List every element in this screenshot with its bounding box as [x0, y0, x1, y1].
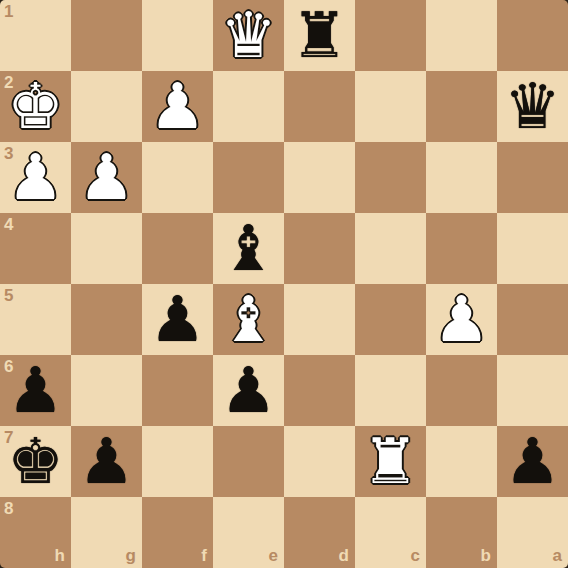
square-a2[interactable]: ♛ [497, 71, 568, 142]
square-c8[interactable]: c [355, 497, 426, 568]
square-f3[interactable] [142, 142, 213, 213]
square-f6[interactable] [142, 355, 213, 426]
file-label-g: g [126, 547, 136, 564]
black-pawn-g7[interactable]: ♟ [78, 426, 134, 497]
white-bishop-e5[interactable]: ♝ [220, 284, 276, 355]
square-b6[interactable] [426, 355, 497, 426]
square-a8[interactable]: a [497, 497, 568, 568]
square-b4[interactable] [426, 213, 497, 284]
rank-label-4: 4 [4, 216, 13, 233]
file-label-c: c [411, 547, 420, 564]
square-a1[interactable] [497, 0, 568, 71]
square-f5[interactable]: ♟ [142, 284, 213, 355]
square-g5[interactable] [71, 284, 142, 355]
file-label-e: e [269, 547, 278, 564]
white-rook-c7[interactable]: ♜ [362, 426, 418, 497]
square-h5[interactable]: 5 [0, 284, 71, 355]
black-bishop-e4[interactable]: ♝ [220, 213, 276, 284]
square-a3[interactable] [497, 142, 568, 213]
square-h6[interactable]: 6♟ [0, 355, 71, 426]
square-e8[interactable]: e [213, 497, 284, 568]
square-c6[interactable] [355, 355, 426, 426]
square-h1[interactable]: 1 [0, 0, 71, 71]
square-a5[interactable] [497, 284, 568, 355]
square-b2[interactable] [426, 71, 497, 142]
square-h2[interactable]: 2♚ [0, 71, 71, 142]
square-d5[interactable] [284, 284, 355, 355]
square-e1[interactable]: ♛ [213, 0, 284, 71]
square-d7[interactable] [284, 426, 355, 497]
square-h3[interactable]: 3♟ [0, 142, 71, 213]
square-e7[interactable] [213, 426, 284, 497]
black-rook-d1[interactable]: ♜ [291, 0, 347, 71]
black-pawn-a7[interactable]: ♟ [504, 426, 560, 497]
chess-board: 1♛♜2♚♟♛3♟♟4♝5♟♝♟6♟♟7♚♟♜♟8hgfedcba [0, 0, 568, 568]
file-label-h: h [55, 547, 65, 564]
square-b7[interactable] [426, 426, 497, 497]
square-e2[interactable] [213, 71, 284, 142]
square-c2[interactable] [355, 71, 426, 142]
square-b1[interactable] [426, 0, 497, 71]
square-d4[interactable] [284, 213, 355, 284]
rank-label-5: 5 [4, 287, 13, 304]
square-c1[interactable] [355, 0, 426, 71]
square-b5[interactable]: ♟ [426, 284, 497, 355]
square-c5[interactable] [355, 284, 426, 355]
white-pawn-h3[interactable]: ♟ [7, 142, 63, 213]
square-g2[interactable] [71, 71, 142, 142]
square-d3[interactable] [284, 142, 355, 213]
white-pawn-f2[interactable]: ♟ [149, 71, 205, 142]
square-g1[interactable] [71, 0, 142, 71]
white-queen-e1[interactable]: ♛ [220, 0, 276, 71]
square-a7[interactable]: ♟ [497, 426, 568, 497]
page: 1♛♜2♚♟♛3♟♟4♝5♟♝♟6♟♟7♚♟♜♟8hgfedcba [0, 0, 568, 568]
black-queen-a2[interactable]: ♛ [504, 71, 560, 142]
square-b8[interactable]: b [426, 497, 497, 568]
square-f8[interactable]: f [142, 497, 213, 568]
square-a6[interactable] [497, 355, 568, 426]
white-pawn-g3[interactable]: ♟ [78, 142, 134, 213]
square-h4[interactable]: 4 [0, 213, 71, 284]
white-king-h2[interactable]: ♚ [7, 71, 63, 142]
black-pawn-e6[interactable]: ♟ [220, 355, 276, 426]
square-g8[interactable]: g [71, 497, 142, 568]
square-f1[interactable] [142, 0, 213, 71]
square-d8[interactable]: d [284, 497, 355, 568]
file-label-a: a [553, 547, 562, 564]
square-f4[interactable] [142, 213, 213, 284]
black-pawn-f5[interactable]: ♟ [149, 284, 205, 355]
square-e3[interactable] [213, 142, 284, 213]
square-c4[interactable] [355, 213, 426, 284]
file-label-b: b [481, 547, 491, 564]
black-pawn-h6[interactable]: ♟ [7, 355, 63, 426]
white-pawn-b5[interactable]: ♟ [433, 284, 489, 355]
square-d6[interactable] [284, 355, 355, 426]
square-g7[interactable]: ♟ [71, 426, 142, 497]
rank-label-8: 8 [4, 500, 13, 517]
file-label-d: d [339, 547, 349, 564]
file-label-f: f [201, 547, 207, 564]
square-e4[interactable]: ♝ [213, 213, 284, 284]
square-h7[interactable]: 7♚ [0, 426, 71, 497]
square-c7[interactable]: ♜ [355, 426, 426, 497]
square-d1[interactable]: ♜ [284, 0, 355, 71]
square-g6[interactable] [71, 355, 142, 426]
square-f2[interactable]: ♟ [142, 71, 213, 142]
square-h8[interactable]: 8h [0, 497, 71, 568]
square-b3[interactable] [426, 142, 497, 213]
square-c3[interactable] [355, 142, 426, 213]
square-d2[interactable] [284, 71, 355, 142]
square-a4[interactable] [497, 213, 568, 284]
square-e6[interactable]: ♟ [213, 355, 284, 426]
square-f7[interactable] [142, 426, 213, 497]
square-e5[interactable]: ♝ [213, 284, 284, 355]
square-g3[interactable]: ♟ [71, 142, 142, 213]
rank-label-1: 1 [4, 3, 13, 20]
square-g4[interactable] [71, 213, 142, 284]
black-king-h7[interactable]: ♚ [7, 426, 63, 497]
